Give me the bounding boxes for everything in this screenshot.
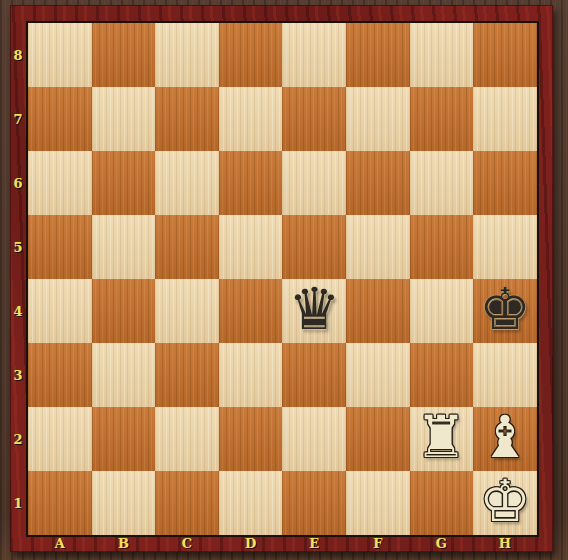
square-h7[interactable] — [473, 87, 537, 151]
square-f1[interactable] — [346, 471, 410, 535]
square-g3[interactable] — [410, 343, 474, 407]
board-frame: 87654321 ABCDEFGH ♛♚♜♝♚ — [10, 5, 553, 552]
square-e4[interactable]: ♛ — [282, 279, 346, 343]
square-d2[interactable] — [219, 407, 283, 471]
square-b6[interactable] — [92, 151, 156, 215]
piece-white-king-h1[interactable]: ♚ — [479, 472, 531, 530]
square-h4[interactable]: ♚ — [473, 279, 537, 343]
square-d5[interactable] — [219, 215, 283, 279]
file-label-f: F — [373, 536, 382, 551]
file-label-b: B — [118, 536, 129, 551]
square-d1[interactable] — [219, 471, 283, 535]
file-label-d: D — [245, 536, 256, 551]
piece-black-queen-e4[interactable]: ♛ — [288, 280, 340, 338]
rank-label-4: 4 — [13, 304, 22, 319]
rank-label-2: 2 — [13, 432, 22, 447]
square-g6[interactable] — [410, 151, 474, 215]
square-d3[interactable] — [219, 343, 283, 407]
square-c8[interactable] — [155, 23, 219, 87]
square-c5[interactable] — [155, 215, 219, 279]
rank-label-7: 7 — [13, 112, 22, 127]
square-f2[interactable] — [346, 407, 410, 471]
square-d4[interactable] — [219, 279, 283, 343]
square-d6[interactable] — [219, 151, 283, 215]
square-b7[interactable] — [92, 87, 156, 151]
square-g7[interactable] — [410, 87, 474, 151]
chess-board[interactable]: ♛♚♜♝♚ — [26, 21, 539, 537]
square-a8[interactable] — [28, 23, 92, 87]
square-a5[interactable] — [28, 215, 92, 279]
square-b8[interactable] — [92, 23, 156, 87]
file-labels: ABCDEFGH — [28, 535, 537, 552]
file-label-c: C — [182, 536, 192, 551]
square-c4[interactable] — [155, 279, 219, 343]
file-label-h: H — [499, 536, 511, 551]
chess-app-window: { "game": "chess", "position": { "fen": … — [0, 0, 568, 560]
square-c7[interactable] — [155, 87, 219, 151]
square-g5[interactable] — [410, 215, 474, 279]
square-h2[interactable]: ♝ — [473, 407, 537, 471]
square-f3[interactable] — [346, 343, 410, 407]
square-a7[interactable] — [28, 87, 92, 151]
square-d8[interactable] — [219, 23, 283, 87]
square-h6[interactable] — [473, 151, 537, 215]
piece-white-bishop-h2[interactable]: ♝ — [479, 408, 531, 466]
rank-labels: 87654321 — [10, 23, 26, 535]
square-e5[interactable] — [282, 215, 346, 279]
file-label-a: A — [55, 536, 65, 551]
piece-white-rook-g2[interactable]: ♜ — [415, 408, 467, 466]
file-label-e: E — [309, 536, 319, 551]
square-f6[interactable] — [346, 151, 410, 215]
square-e1[interactable] — [282, 471, 346, 535]
square-e6[interactable] — [282, 151, 346, 215]
square-b5[interactable] — [92, 215, 156, 279]
rank-label-1: 1 — [13, 496, 22, 511]
square-h1[interactable]: ♚ — [473, 471, 537, 535]
square-b2[interactable] — [92, 407, 156, 471]
square-a1[interactable] — [28, 471, 92, 535]
square-a2[interactable] — [28, 407, 92, 471]
piece-black-king-h4[interactable]: ♚ — [479, 280, 531, 338]
square-a3[interactable] — [28, 343, 92, 407]
square-e7[interactable] — [282, 87, 346, 151]
rank-label-8: 8 — [13, 48, 22, 63]
square-e2[interactable] — [282, 407, 346, 471]
rank-label-6: 6 — [13, 176, 22, 191]
square-b3[interactable] — [92, 343, 156, 407]
square-f5[interactable] — [346, 215, 410, 279]
square-g8[interactable] — [410, 23, 474, 87]
square-c2[interactable] — [155, 407, 219, 471]
square-f7[interactable] — [346, 87, 410, 151]
square-g2[interactable]: ♜ — [410, 407, 474, 471]
square-c1[interactable] — [155, 471, 219, 535]
square-b4[interactable] — [92, 279, 156, 343]
square-g1[interactable] — [410, 471, 474, 535]
square-b1[interactable] — [92, 471, 156, 535]
square-h3[interactable] — [473, 343, 537, 407]
square-a4[interactable] — [28, 279, 92, 343]
square-c3[interactable] — [155, 343, 219, 407]
rank-label-5: 5 — [13, 240, 22, 255]
square-f4[interactable] — [346, 279, 410, 343]
square-a6[interactable] — [28, 151, 92, 215]
square-d7[interactable] — [219, 87, 283, 151]
square-e3[interactable] — [282, 343, 346, 407]
square-e8[interactable] — [282, 23, 346, 87]
square-h5[interactable] — [473, 215, 537, 279]
file-label-g: G — [436, 536, 447, 551]
square-f8[interactable] — [346, 23, 410, 87]
square-h8[interactable] — [473, 23, 537, 87]
square-g4[interactable] — [410, 279, 474, 343]
rank-label-3: 3 — [13, 368, 22, 383]
square-c6[interactable] — [155, 151, 219, 215]
